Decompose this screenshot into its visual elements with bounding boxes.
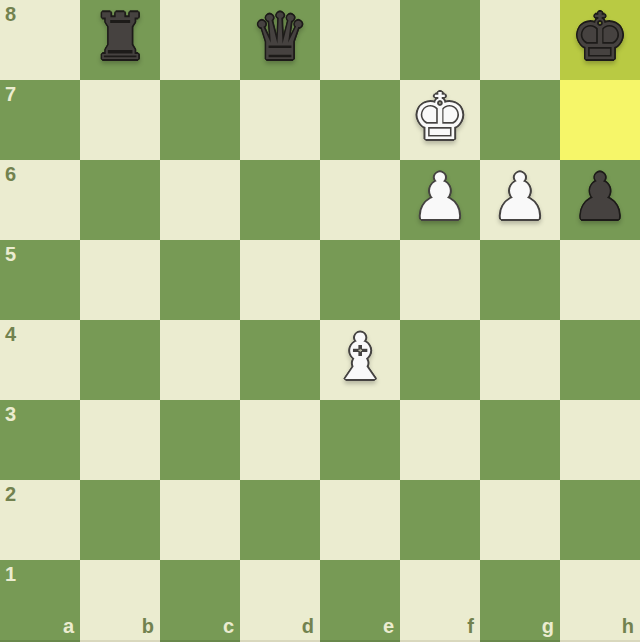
square-e4[interactable]: ♝ bbox=[320, 320, 400, 400]
black-queen-piece[interactable]: ♛ bbox=[251, 0, 308, 77]
rank-label-6: 6 bbox=[5, 164, 16, 184]
square-c1[interactable]: c bbox=[160, 560, 240, 640]
square-b7[interactable] bbox=[80, 80, 160, 160]
square-h4[interactable] bbox=[560, 320, 640, 400]
square-a3[interactable]: 3 bbox=[0, 400, 80, 480]
rank-label-4: 4 bbox=[5, 324, 16, 344]
square-e8[interactable] bbox=[320, 0, 400, 80]
square-g3[interactable] bbox=[480, 400, 560, 480]
square-g1[interactable]: g bbox=[480, 560, 560, 640]
square-b2[interactable] bbox=[80, 480, 160, 560]
black-pawn-piece[interactable]: ♟ bbox=[571, 157, 628, 237]
square-e5[interactable] bbox=[320, 240, 400, 320]
square-d4[interactable] bbox=[240, 320, 320, 400]
square-g4[interactable] bbox=[480, 320, 560, 400]
square-a4[interactable]: 4 bbox=[0, 320, 80, 400]
white-pawn-piece[interactable]: ♟ bbox=[411, 157, 468, 237]
file-label-e: e bbox=[383, 616, 394, 636]
square-f3[interactable] bbox=[400, 400, 480, 480]
square-h5[interactable] bbox=[560, 240, 640, 320]
square-a7[interactable]: 7 bbox=[0, 80, 80, 160]
square-f8[interactable] bbox=[400, 0, 480, 80]
rank-label-8: 8 bbox=[5, 4, 16, 24]
square-g8[interactable] bbox=[480, 0, 560, 80]
chess-board: 8♜♛♚7♚6♟♟♟54♝321abcdefgh bbox=[0, 0, 640, 640]
square-h1[interactable]: h bbox=[560, 560, 640, 640]
square-h3[interactable] bbox=[560, 400, 640, 480]
square-c3[interactable] bbox=[160, 400, 240, 480]
square-d2[interactable] bbox=[240, 480, 320, 560]
rank-label-5: 5 bbox=[5, 244, 16, 264]
square-b5[interactable] bbox=[80, 240, 160, 320]
file-label-f: f bbox=[467, 616, 474, 636]
square-f6[interactable]: ♟ bbox=[400, 160, 480, 240]
square-h6[interactable]: ♟ bbox=[560, 160, 640, 240]
square-g6[interactable]: ♟ bbox=[480, 160, 560, 240]
square-c8[interactable] bbox=[160, 0, 240, 80]
square-h8-move-to-highlight[interactable]: ♚ bbox=[560, 0, 640, 80]
white-pawn-piece[interactable]: ♟ bbox=[491, 157, 548, 237]
square-a1[interactable]: 1a bbox=[0, 560, 80, 640]
square-b4[interactable] bbox=[80, 320, 160, 400]
square-h2[interactable] bbox=[560, 480, 640, 560]
board-container: 8♜♛♚7♚6♟♟♟54♝321abcdefgh bbox=[0, 0, 640, 642]
square-g2[interactable] bbox=[480, 480, 560, 560]
square-a8[interactable]: 8 bbox=[0, 0, 80, 80]
square-e1[interactable]: e bbox=[320, 560, 400, 640]
white-king-piece[interactable]: ♚ bbox=[411, 77, 468, 157]
square-d8[interactable]: ♛ bbox=[240, 0, 320, 80]
square-c4[interactable] bbox=[160, 320, 240, 400]
square-c6[interactable] bbox=[160, 160, 240, 240]
rank-label-3: 3 bbox=[5, 404, 16, 424]
square-e6[interactable] bbox=[320, 160, 400, 240]
file-label-a: a bbox=[63, 616, 74, 636]
rank-label-1: 1 bbox=[5, 564, 16, 584]
square-b6[interactable] bbox=[80, 160, 160, 240]
square-a6[interactable]: 6 bbox=[0, 160, 80, 240]
square-b8[interactable]: ♜ bbox=[80, 0, 160, 80]
square-c7[interactable] bbox=[160, 80, 240, 160]
square-a2[interactable]: 2 bbox=[0, 480, 80, 560]
square-f1[interactable]: f bbox=[400, 560, 480, 640]
square-d3[interactable] bbox=[240, 400, 320, 480]
square-e7[interactable] bbox=[320, 80, 400, 160]
square-f2[interactable] bbox=[400, 480, 480, 560]
square-a5[interactable]: 5 bbox=[0, 240, 80, 320]
square-c2[interactable] bbox=[160, 480, 240, 560]
square-f7[interactable]: ♚ bbox=[400, 80, 480, 160]
square-g7[interactable] bbox=[480, 80, 560, 160]
square-d1[interactable]: d bbox=[240, 560, 320, 640]
file-label-d: d bbox=[302, 616, 314, 636]
file-label-g: g bbox=[542, 616, 554, 636]
file-label-b: b bbox=[142, 616, 154, 636]
black-rook-piece[interactable]: ♜ bbox=[91, 0, 148, 77]
file-label-c: c bbox=[223, 616, 234, 636]
file-label-h: h bbox=[622, 616, 634, 636]
square-d7[interactable] bbox=[240, 80, 320, 160]
square-f5[interactable] bbox=[400, 240, 480, 320]
rank-label-7: 7 bbox=[5, 84, 16, 104]
square-b3[interactable] bbox=[80, 400, 160, 480]
square-h7-move-from-highlight[interactable] bbox=[560, 80, 640, 160]
white-bishop-piece[interactable]: ♝ bbox=[331, 317, 388, 397]
square-e2[interactable] bbox=[320, 480, 400, 560]
square-g5[interactable] bbox=[480, 240, 560, 320]
square-f4[interactable] bbox=[400, 320, 480, 400]
square-b1[interactable]: b bbox=[80, 560, 160, 640]
square-c5[interactable] bbox=[160, 240, 240, 320]
square-e3[interactable] bbox=[320, 400, 400, 480]
black-king-piece[interactable]: ♚ bbox=[571, 0, 628, 77]
square-d6[interactable] bbox=[240, 160, 320, 240]
square-d5[interactable] bbox=[240, 240, 320, 320]
rank-label-2: 2 bbox=[5, 484, 16, 504]
